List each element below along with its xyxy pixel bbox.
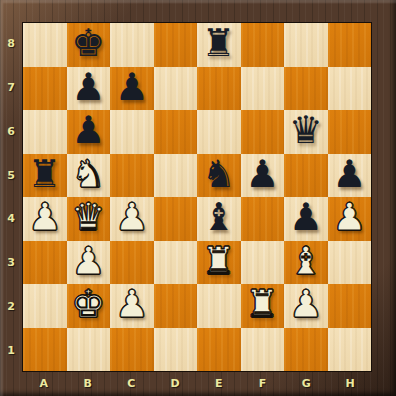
square-d8[interactable] [154, 23, 198, 67]
file-label-g: G [285, 373, 329, 394]
black-pawn-b6[interactable]: ♟ [71, 111, 105, 149]
square-d4[interactable] [154, 197, 198, 241]
black-rook-a5[interactable]: ♜ [28, 155, 62, 193]
white-rook-e3[interactable]: ♜ [202, 242, 236, 280]
file-label-f: F [241, 373, 285, 394]
black-king-b8[interactable]: ♚ [71, 24, 105, 62]
square-a1[interactable] [23, 328, 67, 372]
rank-label-5: 5 [0, 153, 22, 197]
square-g7[interactable] [284, 67, 328, 111]
square-g6[interactable]: ♛ [284, 110, 328, 154]
square-c7[interactable]: ♟ [110, 67, 154, 111]
square-h7[interactable] [328, 67, 372, 111]
square-g5[interactable] [284, 154, 328, 198]
square-c6[interactable] [110, 110, 154, 154]
chess-board: ♚♜♟♟♟♛♜♞♞♟♟♟♛♟♝♟♟♟♜♝♚♟♜♟ [22, 22, 372, 372]
square-g3[interactable]: ♝ [284, 241, 328, 285]
square-f1[interactable] [241, 328, 285, 372]
square-b7[interactable]: ♟ [67, 67, 111, 111]
square-c2[interactable]: ♟ [110, 284, 154, 328]
rank-label-8: 8 [0, 22, 22, 66]
square-c4[interactable]: ♟ [110, 197, 154, 241]
white-pawn-b3[interactable]: ♟ [71, 242, 105, 280]
white-pawn-c2[interactable]: ♟ [115, 285, 149, 323]
black-rook-e8[interactable]: ♜ [202, 24, 236, 62]
square-d6[interactable] [154, 110, 198, 154]
square-d2[interactable] [154, 284, 198, 328]
square-f4[interactable] [241, 197, 285, 241]
square-a4[interactable]: ♟ [23, 197, 67, 241]
square-a6[interactable] [23, 110, 67, 154]
file-label-a: A [22, 373, 66, 394]
file-labels: ABCDEFGH [22, 373, 372, 394]
rank-label-1: 1 [0, 328, 22, 372]
square-c1[interactable] [110, 328, 154, 372]
file-label-h: H [328, 373, 372, 394]
rank-label-2: 2 [0, 285, 22, 329]
rank-label-4: 4 [0, 197, 22, 241]
black-queen-g6[interactable]: ♛ [289, 111, 323, 149]
white-pawn-c4[interactable]: ♟ [115, 198, 149, 236]
square-h5[interactable]: ♟ [328, 154, 372, 198]
square-c8[interactable] [110, 23, 154, 67]
square-f6[interactable] [241, 110, 285, 154]
rank-label-6: 6 [0, 110, 22, 154]
square-b3[interactable]: ♟ [67, 241, 111, 285]
square-g1[interactable] [284, 328, 328, 372]
square-e4[interactable]: ♝ [197, 197, 241, 241]
file-label-d: D [153, 373, 197, 394]
square-b5[interactable]: ♞ [67, 154, 111, 198]
rank-label-3: 3 [0, 241, 22, 285]
square-f8[interactable] [241, 23, 285, 67]
square-e1[interactable] [197, 328, 241, 372]
black-bishop-e4[interactable]: ♝ [202, 198, 236, 236]
black-pawn-g4[interactable]: ♟ [289, 198, 323, 236]
square-g8[interactable] [284, 23, 328, 67]
black-knight-e5[interactable]: ♞ [202, 155, 236, 193]
square-b2[interactable]: ♚ [67, 284, 111, 328]
square-a3[interactable] [23, 241, 67, 285]
white-pawn-g2[interactable]: ♟ [289, 285, 323, 323]
square-h1[interactable] [328, 328, 372, 372]
file-label-e: E [197, 373, 241, 394]
square-h8[interactable] [328, 23, 372, 67]
square-e7[interactable] [197, 67, 241, 111]
black-pawn-f5[interactable]: ♟ [245, 155, 279, 193]
square-g2[interactable]: ♟ [284, 284, 328, 328]
white-pawn-a4[interactable]: ♟ [28, 198, 62, 236]
square-h2[interactable] [328, 284, 372, 328]
board-frame: 87654321 ABCDEFGH ♚♜♟♟♟♛♜♞♞♟♟♟♛♟♝♟♟♟♜♝♚♟… [0, 0, 396, 396]
square-f2[interactable]: ♜ [241, 284, 285, 328]
square-e8[interactable]: ♜ [197, 23, 241, 67]
square-f7[interactable] [241, 67, 285, 111]
white-king-b2[interactable]: ♚ [71, 285, 105, 323]
black-pawn-c7[interactable]: ♟ [115, 68, 149, 106]
square-a2[interactable] [23, 284, 67, 328]
square-e5[interactable]: ♞ [197, 154, 241, 198]
square-b6[interactable]: ♟ [67, 110, 111, 154]
square-h6[interactable] [328, 110, 372, 154]
square-f3[interactable] [241, 241, 285, 285]
square-a5[interactable]: ♜ [23, 154, 67, 198]
rank-labels: 87654321 [0, 22, 22, 372]
file-label-b: B [66, 373, 110, 394]
white-bishop-g3[interactable]: ♝ [289, 242, 323, 280]
white-queen-b4[interactable]: ♛ [71, 198, 105, 236]
white-rook-f2[interactable]: ♜ [245, 285, 279, 323]
square-d1[interactable] [154, 328, 198, 372]
square-d5[interactable] [154, 154, 198, 198]
square-f5[interactable]: ♟ [241, 154, 285, 198]
square-d3[interactable] [154, 241, 198, 285]
file-label-c: C [110, 373, 154, 394]
square-e2[interactable] [197, 284, 241, 328]
square-e6[interactable] [197, 110, 241, 154]
square-e3[interactable]: ♜ [197, 241, 241, 285]
black-pawn-h5[interactable]: ♟ [332, 155, 366, 193]
square-h3[interactable] [328, 241, 372, 285]
square-c5[interactable] [110, 154, 154, 198]
white-pawn-h4[interactable]: ♟ [332, 198, 366, 236]
rank-label-7: 7 [0, 66, 22, 110]
square-h4[interactable]: ♟ [328, 197, 372, 241]
square-b1[interactable] [67, 328, 111, 372]
square-a8[interactable] [23, 23, 67, 67]
black-pawn-b7[interactable]: ♟ [71, 68, 105, 106]
square-a7[interactable] [23, 67, 67, 111]
square-c3[interactable] [110, 241, 154, 285]
white-knight-b5[interactable]: ♞ [71, 155, 105, 193]
square-g4[interactable]: ♟ [284, 197, 328, 241]
square-b4[interactable]: ♛ [67, 197, 111, 241]
square-d7[interactable] [154, 67, 198, 111]
square-b8[interactable]: ♚ [67, 23, 111, 67]
